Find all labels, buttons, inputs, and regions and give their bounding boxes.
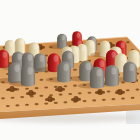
peg-body [57, 34, 67, 49]
board-hole[interactable] [44, 86, 48, 88]
board-hole[interactable] [44, 102, 48, 104]
board-hole[interactable] [20, 96, 24, 98]
peg-body [8, 62, 22, 83]
board-hole[interactable] [121, 97, 125, 99]
peg-highlight [10, 41, 14, 47]
board-hole[interactable] [135, 89, 139, 91]
peg-highlight [105, 42, 109, 48]
board-hole[interactable] [131, 97, 135, 99]
peg-highlight [134, 52, 138, 58]
board-hole[interactable] [35, 87, 39, 89]
board-hole[interactable] [6, 105, 10, 107]
peg-highlight [74, 47, 78, 53]
board-hole[interactable] [39, 95, 43, 97]
board-hole[interactable] [25, 104, 29, 106]
board-hole[interactable] [54, 86, 58, 88]
peg-highlight [99, 60, 104, 67]
peg-highlight [82, 46, 86, 52]
board-hole[interactable] [15, 104, 19, 106]
peg-highlight [14, 65, 19, 72]
peg-highlight [34, 44, 38, 50]
peg-highlight [54, 55, 58, 62]
peg-body [105, 65, 119, 86]
peg-highlight [18, 53, 22, 60]
peg-highlight [27, 67, 32, 75]
board-hole[interactable] [63, 101, 67, 103]
board-hole[interactable] [102, 99, 106, 101]
peg-body [57, 62, 71, 83]
peg-highlight [68, 52, 72, 59]
board-hole[interactable] [83, 100, 87, 102]
peg-highlight [121, 55, 125, 62]
board-hole[interactable] [35, 103, 39, 105]
board-photo [0, 0, 140, 140]
board-hole[interactable] [11, 97, 15, 99]
board-hole[interactable] [111, 98, 115, 100]
peg-highlight [62, 35, 66, 40]
board-hole[interactable] [126, 89, 130, 91]
board-hole[interactable] [92, 99, 96, 101]
peg-highlight [40, 55, 44, 62]
game-scene [0, 0, 140, 140]
peg-highlight [63, 64, 68, 71]
peg-highlight [28, 54, 32, 61]
board-hole[interactable] [87, 92, 91, 94]
peg-highlight [129, 64, 134, 71]
peg-highlight [20, 40, 24, 46]
peg-body [90, 67, 104, 89]
peg-body [21, 65, 35, 86]
board-hole[interactable] [40, 79, 44, 81]
board-hole[interactable] [126, 41, 129, 43]
peg-body [15, 38, 25, 54]
board-hole[interactable] [107, 90, 111, 92]
board-hole[interactable] [25, 88, 29, 90]
board-hole[interactable] [1, 97, 5, 99]
board-hole[interactable] [63, 85, 67, 87]
peg-highlight [85, 63, 90, 70]
board-hole[interactable] [59, 94, 63, 96]
peg-body [123, 62, 137, 83]
board-hole[interactable] [49, 94, 53, 96]
board-hole[interactable] [73, 85, 77, 87]
peg-highlight [111, 67, 116, 75]
board-hole[interactable] [68, 93, 72, 95]
board-hole[interactable] [73, 69, 77, 71]
board-hole[interactable] [54, 102, 58, 104]
peg-highlight [96, 69, 101, 77]
peg-highlight [121, 42, 125, 48]
board-hole[interactable] [78, 92, 82, 94]
peg-highlight [77, 33, 80, 38]
peg-highlight [90, 41, 94, 47]
peg-highlight [3, 52, 7, 58]
